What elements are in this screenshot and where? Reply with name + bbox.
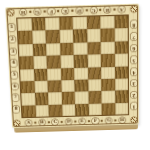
file-label-f: F (48, 8, 55, 15)
square-c8[interactable] (48, 104, 62, 116)
square-h4[interactable] (114, 54, 128, 67)
board-perspective-wrap: ABCDEFGH 12345678 12345678 ABCDEFGH (5, 4, 139, 134)
square-a4[interactable] (19, 56, 33, 69)
rank-label-5: 5 (131, 57, 137, 64)
diamond-separator-icon (61, 121, 63, 123)
square-f5[interactable] (87, 67, 101, 80)
diamond-separator-icon (114, 119, 116, 121)
square-e3[interactable] (73, 42, 87, 55)
corner-bottom-right (129, 115, 139, 125)
square-f6[interactable] (88, 79, 102, 92)
diamond-separator-icon (43, 10, 46, 13)
square-d7[interactable] (61, 92, 75, 104)
square-c5[interactable] (47, 68, 61, 81)
rank-label-6: 6 (131, 45, 137, 52)
square-c3[interactable] (46, 43, 60, 56)
square-g7[interactable] (101, 91, 114, 103)
file-label-g: G (106, 118, 112, 124)
file-label-e: E (79, 118, 85, 124)
square-c2[interactable] (45, 30, 59, 43)
square-b6[interactable] (34, 81, 48, 93)
square-b4[interactable] (33, 56, 47, 69)
square-a3[interactable] (19, 44, 33, 57)
square-b8[interactable] (35, 105, 49, 117)
square-d2[interactable] (59, 30, 73, 43)
square-b7[interactable] (35, 93, 49, 105)
corner-top-left (5, 7, 16, 18)
square-a8[interactable] (22, 105, 36, 117)
file-label-a: A (118, 6, 124, 13)
square-f3[interactable] (87, 42, 101, 55)
square-d1[interactable] (59, 17, 73, 30)
square-d3[interactable] (60, 43, 74, 56)
board-frame: ABCDEFGH 12345678 12345678 ABCDEFGH (5, 4, 139, 128)
square-b1[interactable] (31, 18, 45, 31)
square-a1[interactable] (17, 18, 31, 31)
rosette-star-icon (131, 6, 138, 13)
square-h1[interactable] (114, 15, 128, 28)
square-f4[interactable] (87, 54, 101, 67)
corner-top-right (129, 4, 139, 15)
square-c7[interactable] (48, 92, 62, 104)
square-d5[interactable] (60, 68, 74, 81)
square-h7[interactable] (115, 90, 128, 102)
rank-label-7: 7 (131, 33, 137, 40)
rank-label-6: 6 (12, 83, 19, 90)
rank-label-2: 2 (131, 91, 137, 98)
square-e6[interactable] (74, 79, 88, 92)
square-g5[interactable] (101, 66, 115, 79)
square-c6[interactable] (47, 80, 61, 93)
square-f8[interactable] (88, 103, 101, 115)
rank-label-2: 2 (9, 36, 16, 43)
rank-label-3: 3 (131, 80, 137, 87)
playing-field (16, 14, 129, 118)
file-label-d: D (66, 119, 72, 125)
rank-label-4: 4 (10, 60, 17, 67)
square-a7[interactable] (21, 93, 35, 105)
square-g8[interactable] (102, 103, 115, 115)
rank-label-3: 3 (10, 48, 17, 55)
file-label-h: H (20, 9, 27, 16)
product-photo: ABCDEFGH 12345678 12345678 ABCDEFGH (0, 0, 150, 150)
square-g3[interactable] (101, 41, 115, 54)
square-e2[interactable] (73, 29, 87, 42)
rank-label-8: 8 (131, 21, 137, 28)
square-d6[interactable] (61, 80, 75, 93)
diamond-separator-icon (85, 9, 88, 12)
square-a6[interactable] (21, 81, 35, 93)
corner-bottom-left (12, 118, 22, 128)
chess-board: ABCDEFGH 12345678 12345678 ABCDEFGH (5, 4, 139, 128)
rosette-star-icon (13, 120, 20, 126)
square-d8[interactable] (62, 104, 76, 116)
rosette-star-icon (131, 117, 137, 123)
rank-label-1: 1 (8, 24, 15, 31)
diamond-separator-icon (74, 120, 76, 122)
file-label-b: B (104, 6, 110, 13)
file-label-g: G (34, 8, 41, 15)
file-label-c: C (90, 7, 96, 14)
square-e4[interactable] (74, 55, 88, 68)
rank-label-1: 1 (131, 103, 137, 110)
diamond-separator-icon (99, 9, 102, 12)
diamond-separator-icon (34, 121, 36, 123)
diamond-separator-icon (57, 10, 60, 13)
diamond-separator-icon (47, 121, 49, 123)
square-h8[interactable] (115, 102, 128, 114)
rank-label-8: 8 (13, 106, 19, 112)
square-a5[interactable] (20, 69, 34, 82)
file-label-c: C (52, 119, 58, 125)
square-b3[interactable] (32, 43, 46, 56)
file-label-b: B (39, 119, 45, 125)
square-b5[interactable] (33, 68, 47, 81)
square-e1[interactable] (73, 17, 87, 30)
file-label-a: A (25, 120, 31, 126)
square-e5[interactable] (74, 67, 88, 80)
square-c4[interactable] (46, 55, 60, 68)
rank-label-4: 4 (131, 68, 137, 75)
file-label-d: D (76, 7, 83, 14)
rank-label-7: 7 (12, 95, 18, 102)
square-c1[interactable] (45, 17, 59, 30)
diamond-separator-icon (29, 11, 32, 14)
diamond-separator-icon (101, 120, 103, 122)
rank-labels-right: 12345678 (129, 14, 139, 115)
square-a2[interactable] (18, 31, 32, 44)
square-h2[interactable] (114, 28, 128, 41)
square-f1[interactable] (86, 16, 100, 29)
square-f2[interactable] (87, 29, 101, 42)
square-g1[interactable] (100, 16, 114, 29)
file-label-h: H (119, 117, 125, 123)
square-g4[interactable] (101, 54, 115, 67)
square-h6[interactable] (115, 78, 128, 91)
square-g6[interactable] (101, 79, 115, 92)
square-d4[interactable] (60, 55, 74, 68)
rank-label-5: 5 (11, 72, 18, 79)
rosette-star-icon (7, 9, 14, 16)
file-label-f: F (92, 118, 98, 124)
square-h3[interactable] (114, 41, 128, 54)
square-h5[interactable] (114, 66, 128, 79)
file-label-e: E (62, 8, 69, 15)
diamond-separator-icon (71, 9, 74, 12)
diamond-separator-icon (87, 120, 89, 122)
square-f7[interactable] (88, 91, 102, 103)
diamond-separator-icon (113, 8, 116, 11)
square-b2[interactable] (32, 31, 46, 44)
square-e7[interactable] (75, 92, 89, 104)
square-e8[interactable] (75, 104, 89, 116)
square-g2[interactable] (100, 29, 114, 42)
